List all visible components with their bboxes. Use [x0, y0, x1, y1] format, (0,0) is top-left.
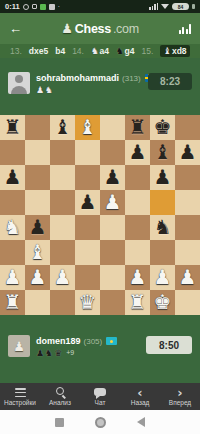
- square-a3[interactable]: [0, 240, 25, 265]
- grid-notification-icon: [49, 4, 55, 10]
- player-rating-bottom: (305): [84, 337, 103, 346]
- square-e2[interactable]: [100, 265, 125, 290]
- square-d7[interactable]: [75, 140, 100, 165]
- square-a8[interactable]: ♜: [0, 115, 25, 140]
- square-e7[interactable]: [100, 140, 125, 165]
- square-h8[interactable]: [175, 115, 200, 140]
- white-piece-figurine-icon: ♝: [163, 46, 171, 56]
- toolbar-item-chevron-left[interactable]: ‹Назад: [120, 383, 160, 410]
- white-piece-figurine-icon: ♞: [91, 46, 99, 56]
- square-c1[interactable]: [50, 290, 75, 315]
- black-bishop-c8: ♝: [54, 115, 72, 140]
- square-d4[interactable]: [75, 215, 100, 240]
- square-f1[interactable]: ♜: [125, 290, 150, 315]
- move-dxe5[interactable]: dxe5: [29, 46, 48, 56]
- background-gap: [0, 315, 200, 335]
- android-nav-bar: [0, 410, 200, 434]
- cell-signal-icon: [149, 3, 158, 10]
- square-a6[interactable]: ♟: [0, 165, 25, 190]
- square-b6[interactable]: [25, 165, 50, 190]
- chess-board: ♜♝♝♜♚♟♝♟♟♟♟♟♟♞♟♞♝♟♟♟♟♟♟♜♛♜♚: [0, 115, 200, 315]
- avatar-pawn-icon: ♟: [13, 339, 25, 354]
- background-gap: [0, 58, 200, 72]
- white-pawn-a2: ♟: [4, 265, 22, 290]
- square-c8[interactable]: ♝: [50, 115, 75, 140]
- black-king-g8: ♚: [154, 115, 172, 140]
- black-piece-figurine-icon: ♞: [116, 46, 124, 56]
- square-e6[interactable]: ♟: [100, 165, 125, 190]
- square-c5[interactable]: [50, 190, 75, 215]
- background-gap: [0, 365, 200, 383]
- square-h7[interactable]: ♟: [175, 140, 200, 165]
- square-d1[interactable]: ♛: [75, 290, 100, 315]
- square-g7[interactable]: ♝: [150, 140, 175, 165]
- app-header: ← ♟ Chess .com: [0, 13, 200, 44]
- square-a2[interactable]: ♟: [0, 265, 25, 290]
- toolbar-label: Анализ: [49, 399, 71, 406]
- white-king-g1: ♚: [154, 290, 172, 315]
- toolbar-label: Назад: [131, 399, 150, 406]
- square-c4[interactable]: [50, 215, 75, 240]
- chat-bubble-icon: [94, 387, 106, 398]
- move-number: 15.: [142, 46, 154, 56]
- clock-bottom: 8:50: [146, 336, 192, 354]
- notification-icon: [32, 4, 37, 9]
- logo-pawn-icon: ♟: [61, 21, 73, 36]
- chevron-left-icon: ‹: [137, 387, 142, 398]
- move-a4[interactable]: ♞a4: [91, 46, 109, 56]
- square-b4[interactable]: ♟: [25, 215, 50, 240]
- move-b4[interactable]: b4: [55, 46, 65, 56]
- square-b1[interactable]: [25, 290, 50, 315]
- black-rook-a8: ♜: [4, 115, 22, 140]
- square-d6[interactable]: [75, 165, 100, 190]
- move-xd8[interactable]: ♝xd8: [160, 45, 189, 57]
- square-c3[interactable]: [50, 240, 75, 265]
- black-bishop-g7: ♝: [154, 140, 172, 165]
- square-b7[interactable]: [25, 140, 50, 165]
- square-e3[interactable]: [100, 240, 125, 265]
- square-a1[interactable]: ♜: [0, 290, 25, 315]
- square-g6[interactable]: ♟: [150, 165, 175, 190]
- black-pawn-d5: ♟: [79, 190, 97, 215]
- square-c7[interactable]: [50, 140, 75, 165]
- square-c2[interactable]: ♟: [50, 265, 75, 290]
- white-pawn-g2: ♟: [154, 265, 172, 290]
- player-name-bottom[interactable]: domen189: [36, 336, 81, 346]
- square-g3[interactable]: [150, 240, 175, 265]
- avatar-bottom[interactable]: ♟: [8, 335, 30, 357]
- status-time: 0:11: [5, 2, 20, 11]
- white-pawn-e5: ♟: [104, 190, 122, 215]
- square-g4[interactable]: ♞: [150, 215, 175, 240]
- player-rating-top: (313): [122, 74, 141, 83]
- square-h5[interactable]: [175, 190, 200, 215]
- square-e5[interactable]: ♟: [100, 190, 125, 215]
- square-g5[interactable]: [150, 190, 175, 215]
- android-back-button[interactable]: [137, 417, 145, 427]
- square-d2[interactable]: [75, 265, 100, 290]
- toolbar-item-chat-bubble[interactable]: Чат: [80, 383, 120, 410]
- battery-indicator: 84: [172, 3, 189, 10]
- toolbar-label: Настройки: [4, 399, 36, 406]
- white-pawn-h2: ♟: [179, 265, 197, 290]
- black-pawn-h7: ♟: [179, 140, 197, 165]
- black-rook-f8: ♜: [129, 115, 147, 140]
- black-pawn-f7: ♟: [129, 140, 147, 165]
- captured-pieces-bottom: ♟♞♛: [36, 348, 63, 358]
- app-notification-icon: [40, 4, 46, 10]
- captured-pieces-top: ♟♞: [36, 85, 54, 95]
- square-f6[interactable]: [125, 165, 150, 190]
- rating-stats-icon[interactable]: [179, 24, 192, 34]
- alarm-icon: [23, 4, 29, 10]
- square-b5[interactable]: [25, 190, 50, 215]
- white-rook-f1: ♜: [129, 290, 147, 315]
- square-f2[interactable]: ♟: [125, 265, 150, 290]
- square-g2[interactable]: ♟: [150, 265, 175, 290]
- analysis-magnifier-icon: [55, 387, 66, 398]
- player-name-top[interactable]: sohrabmohammadi: [36, 73, 119, 83]
- square-g8[interactable]: ♚: [150, 115, 175, 140]
- square-h4[interactable]: [175, 215, 200, 240]
- toolbar-label: Вперед: [169, 399, 191, 406]
- square-f4[interactable]: [125, 215, 150, 240]
- square-f8[interactable]: ♜: [125, 115, 150, 140]
- black-pawn-g6: ♟: [154, 165, 172, 190]
- square-d5[interactable]: ♟: [75, 190, 100, 215]
- square-f3[interactable]: [125, 240, 150, 265]
- chesscom-logo: ♟ Chess .com: [0, 21, 200, 36]
- square-d8[interactable]: ♝: [75, 115, 100, 140]
- white-pawn-b2: ♟: [29, 265, 47, 290]
- white-bishop-d8: ♝: [79, 115, 97, 140]
- move-g4[interactable]: ♞g4: [116, 46, 135, 56]
- move-number: 13.: [10, 46, 22, 56]
- square-h6[interactable]: [175, 165, 200, 190]
- white-queen-d1: ♛: [79, 290, 97, 315]
- status-bar: 0:11 · 84: [0, 0, 200, 13]
- square-e4[interactable]: [100, 215, 125, 240]
- toolbar-item-settings-list[interactable]: Настройки: [0, 383, 40, 410]
- toolbar-item-chevron-right[interactable]: ›Вперед: [160, 383, 200, 410]
- logo-text-suffix: .com: [113, 22, 139, 36]
- chevron-right-icon: ›: [177, 387, 182, 398]
- android-recents-button[interactable]: [55, 418, 64, 427]
- square-e1[interactable]: [100, 290, 125, 315]
- status-misc-icon: [192, 4, 195, 9]
- square-d3[interactable]: [75, 240, 100, 265]
- game-toolbar: НастройкиАнализЧат‹Назад›Вперед: [0, 383, 200, 410]
- white-pawn-f2: ♟: [129, 265, 147, 290]
- clock-top: 8:23: [148, 73, 192, 90]
- settings-list-icon: [15, 387, 26, 398]
- square-b2[interactable]: ♟: [25, 265, 50, 290]
- black-knight-g4: ♞: [154, 215, 172, 240]
- square-a4[interactable]: ♞: [0, 215, 25, 240]
- player-row-bottom: ♟ domen189 (305) ♟♞♛ +9 8:50: [0, 335, 200, 365]
- square-e8[interactable]: [100, 115, 125, 140]
- white-knight-a4: ♞: [4, 215, 22, 240]
- background-gap: [0, 100, 200, 115]
- black-pawn-e6: ♟: [104, 165, 122, 190]
- logo-text-main: Chess: [75, 22, 111, 36]
- material-advantage: +9: [66, 349, 74, 356]
- square-a7[interactable]: [0, 140, 25, 165]
- android-home-button[interactable]: [95, 417, 106, 428]
- square-f5[interactable]: [125, 190, 150, 215]
- wifi-icon: [161, 4, 169, 9]
- square-b8[interactable]: [25, 115, 50, 140]
- square-h2[interactable]: ♟: [175, 265, 200, 290]
- square-b3[interactable]: ♝: [25, 240, 50, 265]
- more-notifications-dot: ·: [58, 4, 61, 10]
- move-number: 14.: [72, 46, 84, 56]
- white-rook-a1: ♜: [4, 290, 22, 315]
- square-f7[interactable]: ♟: [125, 140, 150, 165]
- black-pawn-b4: ♟: [29, 215, 47, 240]
- toolbar-label: Чат: [95, 399, 106, 406]
- square-c6[interactable]: [50, 165, 75, 190]
- white-bishop-b3: ♝: [29, 240, 47, 265]
- move-list: 13.dxe5b414.♞a4♞g415.♝xd8: [0, 44, 200, 58]
- toolbar-item-analysis-magnifier[interactable]: Анализ: [40, 383, 80, 410]
- avatar-top[interactable]: [8, 72, 30, 94]
- player-row-top: sohrabmohammadi (313) ♟♞ 8:23: [0, 72, 200, 100]
- white-pawn-c2: ♟: [54, 265, 72, 290]
- square-h1[interactable]: [175, 290, 200, 315]
- square-a5[interactable]: [0, 190, 25, 215]
- square-h3[interactable]: [175, 240, 200, 265]
- kazakhstan-flag-icon: [106, 337, 117, 345]
- black-pawn-a6: ♟: [4, 165, 22, 190]
- square-g1[interactable]: ♚: [150, 290, 175, 315]
